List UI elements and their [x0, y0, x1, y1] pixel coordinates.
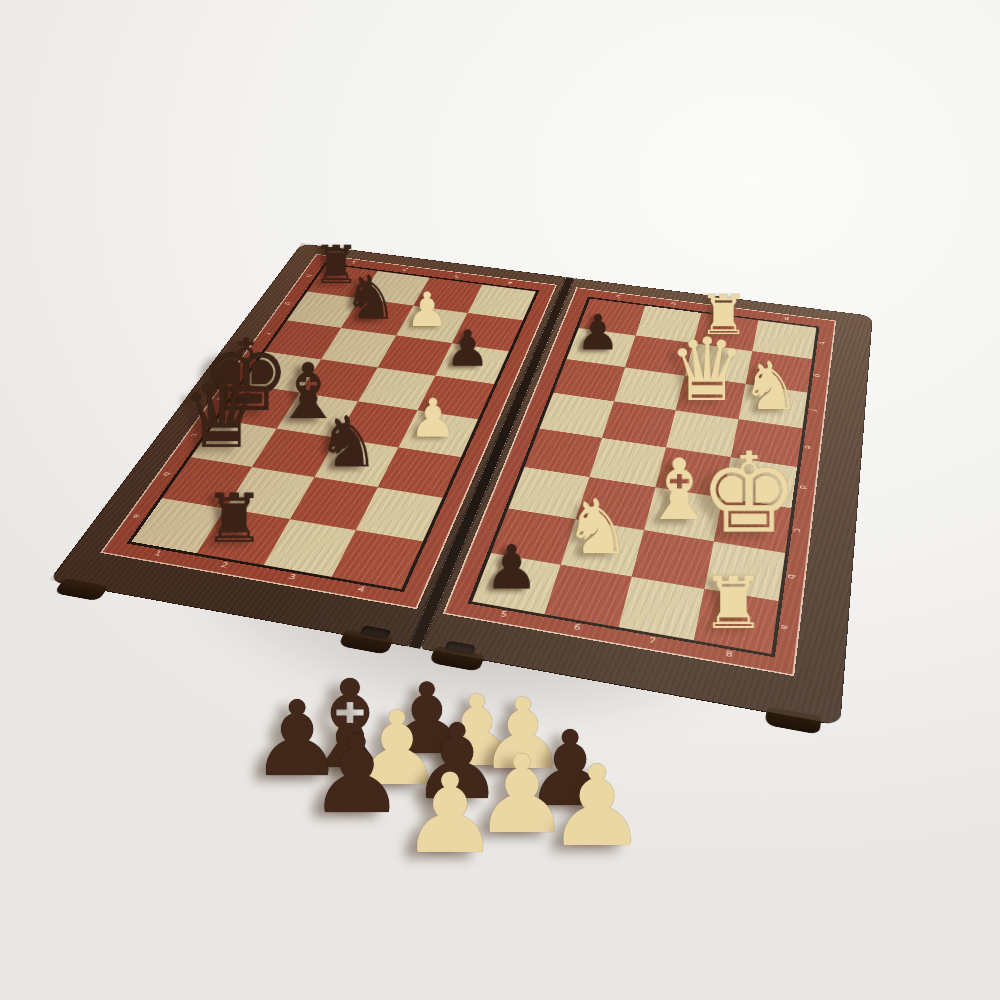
frame-notch — [359, 625, 391, 640]
rank-label-8-back: 8 — [781, 316, 792, 322]
square-e5 — [540, 393, 615, 438]
square-d7 — [655, 447, 730, 497]
square-a8: ♜ — [694, 589, 778, 654]
square-f5 — [554, 359, 626, 401]
square-a4 — [332, 530, 423, 589]
square-a5: ♟ — [472, 553, 561, 614]
offboard-piece-white-pawn-11: ♟ — [370, 759, 530, 869]
square-b4 — [356, 487, 443, 541]
square-a6 — [545, 565, 632, 627]
square-a7 — [619, 577, 705, 641]
offboard-piece-white-pawn-12: ♟ — [517, 750, 677, 862]
square-b8 — [704, 541, 785, 601]
square-g7 — [685, 343, 752, 384]
square-b7 — [632, 530, 714, 589]
square-c6 — [576, 477, 656, 530]
square-g1 — [287, 292, 360, 328]
square-e6 — [602, 401, 676, 447]
square-c1: ♛ — [191, 419, 277, 467]
square-f7: ♛ — [676, 376, 746, 420]
square-d3 — [337, 401, 418, 447]
rank-label-4-back: 4 — [504, 280, 515, 285]
rank-label-5-back: 5 — [612, 294, 623, 299]
square-c5 — [508, 467, 589, 519]
square-e8 — [731, 419, 802, 467]
product-photo-scene: ♜♞♟♟♚♝♟♛♞♜hgfedcba11223344 ♜♟♛♞♝♚♞♟♜hgfe… — [0, 0, 1000, 1000]
rank-label-7-back: 7 — [724, 308, 735, 313]
rank-label-6-back: 6 — [668, 301, 679, 306]
rank-label-3-back: 3 — [451, 273, 463, 278]
square-f8: ♞ — [739, 384, 808, 428]
